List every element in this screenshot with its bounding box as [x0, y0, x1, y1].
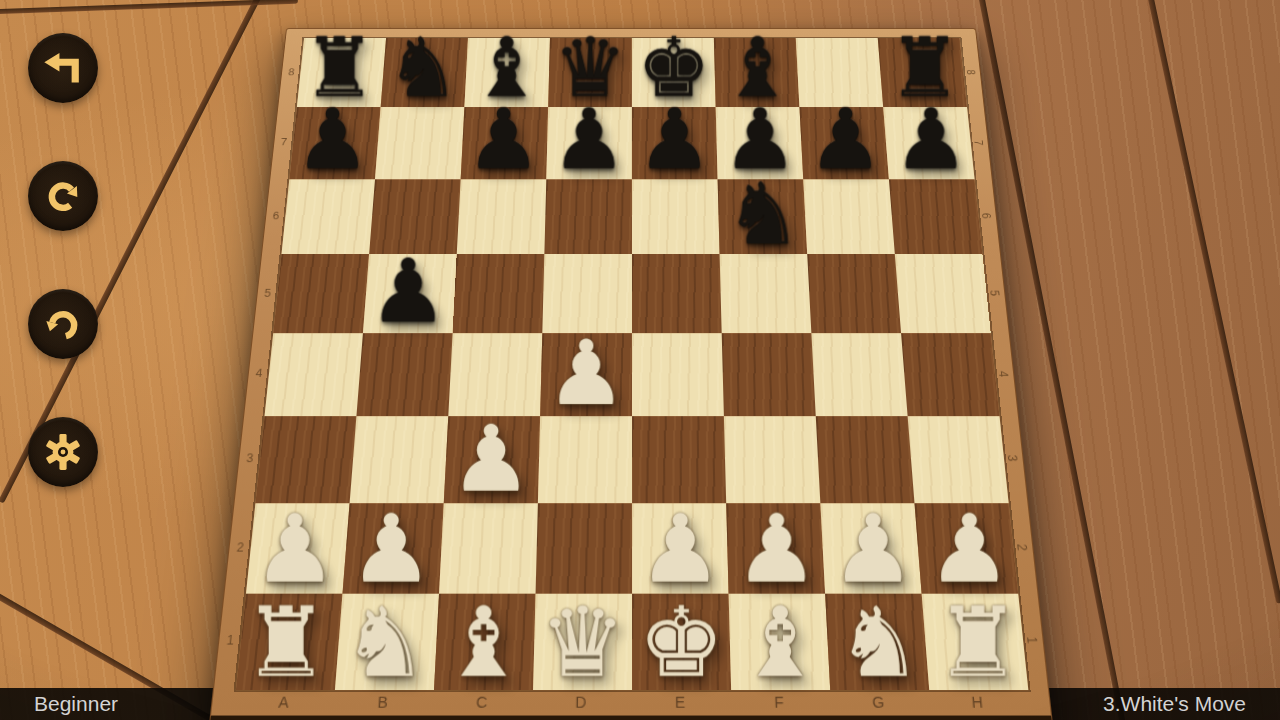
square-d7[interactable]: ♟: [546, 107, 632, 179]
square-c4[interactable]: [448, 333, 542, 416]
piece-white-bishop[interactable]: ♝: [434, 592, 533, 691]
square-h1[interactable]: ♜: [922, 594, 1029, 690]
rank-label-5: 5: [950, 285, 1040, 301]
rank-label-7: 7: [935, 135, 1021, 149]
square-b1[interactable]: ♞: [335, 594, 439, 690]
file-label-a: A: [233, 691, 334, 713]
piece-black-rook[interactable]: ♜: [297, 25, 381, 108]
back-button[interactable]: [28, 33, 98, 103]
piece-white-knight[interactable]: ♞: [830, 592, 929, 691]
file-label-b: B: [333, 691, 434, 713]
piece-white-rook[interactable]: ♜: [237, 592, 336, 691]
square-h3[interactable]: [908, 416, 1009, 503]
file-label-d: D: [532, 691, 631, 713]
piece-black-king[interactable]: ♚: [632, 25, 716, 108]
square-c8[interactable]: ♝: [464, 38, 550, 107]
piece-white-bishop[interactable]: ♝: [731, 592, 830, 691]
square-a5[interactable]: [273, 254, 369, 333]
toolbar: [28, 33, 98, 487]
file-label-e: E: [631, 691, 730, 713]
rank-label-6: 6: [942, 208, 1030, 223]
square-g3[interactable]: [816, 416, 915, 503]
square-g6[interactable]: [803, 179, 895, 254]
square-g1[interactable]: ♞: [825, 594, 929, 690]
square-a3[interactable]: [255, 416, 356, 503]
square-e3[interactable]: [632, 416, 726, 503]
gear-icon: [40, 429, 86, 475]
square-a6[interactable]: [281, 179, 375, 254]
replay-button[interactable]: [28, 161, 98, 231]
piece-white-pawn[interactable]: ♟: [247, 498, 343, 594]
square-a4[interactable]: [265, 333, 363, 416]
rotate-clockwise-icon: [40, 173, 86, 219]
square-e1[interactable]: ♚: [632, 594, 731, 690]
turn-indicator: 3.White's Move: [1103, 692, 1246, 716]
square-e4[interactable]: [632, 333, 724, 416]
square-f4[interactable]: [722, 333, 816, 416]
square-d4[interactable]: ♟: [540, 333, 632, 416]
square-g2[interactable]: ♟: [820, 503, 921, 594]
square-d8[interactable]: ♛: [548, 38, 632, 107]
file-label-f: F: [730, 691, 830, 713]
square-c7[interactable]: ♟: [461, 107, 549, 179]
square-b5[interactable]: ♟: [363, 254, 457, 333]
square-b8[interactable]: ♞: [381, 38, 468, 107]
file-label-g: G: [829, 691, 930, 713]
piece-white-pawn[interactable]: ♟: [343, 498, 439, 594]
square-b7[interactable]: [375, 107, 464, 179]
piece-black-pawn[interactable]: ♟: [363, 245, 453, 334]
plank-seam: [1148, 0, 1280, 604]
piece-white-rook[interactable]: ♜: [929, 592, 1028, 691]
square-a2[interactable]: ♟: [246, 503, 350, 594]
square-f2[interactable]: ♟: [726, 503, 825, 594]
square-b4[interactable]: [356, 333, 452, 416]
settings-button[interactable]: [28, 417, 98, 487]
square-e5[interactable]: [632, 254, 722, 333]
board-frame: ♜♞♝♛♚♝♜♟♟♟♟♟♟♟♞♟♟♟♟♟♟♟♟♟♜♞♝♛♚♝♞♜ ABCDEFG…: [208, 28, 1054, 720]
piece-black-pawn[interactable]: ♟: [717, 95, 802, 180]
square-d3[interactable]: [538, 416, 632, 503]
piece-white-knight[interactable]: ♞: [336, 592, 435, 691]
piece-black-bishop[interactable]: ♝: [716, 25, 800, 108]
square-c5[interactable]: [453, 254, 545, 333]
square-a1[interactable]: ♜: [236, 594, 343, 690]
file-label-h: H: [927, 691, 1028, 713]
piece-black-pawn[interactable]: ♟: [803, 95, 888, 180]
square-c1[interactable]: ♝: [434, 594, 536, 690]
difficulty-label: Beginner: [34, 692, 118, 716]
square-f8[interactable]: ♝: [714, 38, 800, 107]
square-e2[interactable]: ♟: [632, 503, 729, 594]
square-h2[interactable]: ♟: [914, 503, 1018, 594]
piece-black-pawn[interactable]: ♟: [632, 95, 717, 180]
square-a8[interactable]: ♜: [297, 38, 386, 107]
piece-white-pawn[interactable]: ♟: [444, 410, 538, 504]
piece-white-pawn[interactable]: ♟: [825, 498, 921, 594]
piece-white-king[interactable]: ♚: [632, 592, 731, 691]
file-label-c: C: [432, 691, 532, 713]
square-d5[interactable]: [542, 254, 632, 333]
square-f5[interactable]: [720, 254, 812, 333]
square-g4[interactable]: [811, 333, 907, 416]
square-c3[interactable]: ♟: [444, 416, 540, 503]
square-a7[interactable]: ♟: [289, 107, 380, 179]
square-g8[interactable]: [796, 38, 883, 107]
square-g5[interactable]: [807, 254, 901, 333]
square-f1[interactable]: ♝: [729, 594, 831, 690]
piece-black-pawn[interactable]: ♟: [461, 95, 546, 180]
square-c6[interactable]: [457, 179, 547, 254]
square-b2[interactable]: ♟: [342, 503, 443, 594]
square-d6[interactable]: [544, 179, 632, 254]
piece-white-pawn[interactable]: ♟: [632, 498, 728, 594]
piece-white-pawn[interactable]: ♟: [728, 498, 824, 594]
square-e7[interactable]: ♟: [632, 107, 718, 179]
square-f6[interactable]: ♞: [718, 179, 808, 254]
piece-black-pawn[interactable]: ♟: [546, 95, 631, 180]
square-f7[interactable]: ♟: [716, 107, 804, 179]
square-f3[interactable]: [724, 416, 820, 503]
square-b3[interactable]: [350, 416, 449, 503]
square-h4[interactable]: [901, 333, 999, 416]
piece-black-queen[interactable]: ♛: [548, 25, 632, 108]
piece-white-pawn[interactable]: ♟: [921, 498, 1017, 594]
piece-black-pawn[interactable]: ♟: [290, 95, 375, 180]
rank-label-8: 8: [929, 65, 1013, 79]
piece-white-queen[interactable]: ♛: [533, 592, 632, 691]
board-grid: ♜♞♝♛♚♝♜♟♟♟♟♟♟♟♞♟♟♟♟♟♟♟♟♟♜♞♝♛♚♝♞♜: [236, 38, 1028, 690]
chess-board: ♜♞♝♛♚♝♜♟♟♟♟♟♟♟♞♟♟♟♟♟♟♟♟♟♜♞♝♛♚♝♞♜ ABCDEFG…: [208, 28, 1054, 720]
square-d2[interactable]: [536, 503, 633, 594]
piece-black-knight[interactable]: ♞: [719, 168, 806, 255]
square-e6[interactable]: [632, 179, 720, 254]
return-arrow-icon: [40, 45, 86, 91]
square-g7[interactable]: ♟: [799, 107, 888, 179]
undo-counterclockwise-icon: [40, 301, 86, 347]
square-c2[interactable]: [439, 503, 538, 594]
square-e8[interactable]: ♚: [632, 38, 716, 107]
square-d1[interactable]: ♛: [533, 594, 632, 690]
undo-button[interactable]: [28, 289, 98, 359]
piece-white-pawn[interactable]: ♟: [540, 325, 632, 416]
file-labels: ABCDEFGH: [233, 691, 1028, 713]
piece-black-knight[interactable]: ♞: [381, 25, 465, 108]
square-b6[interactable]: [369, 179, 461, 254]
piece-black-bishop[interactable]: ♝: [465, 25, 549, 108]
